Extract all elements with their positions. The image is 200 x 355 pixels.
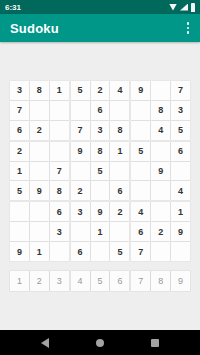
wifi-icon [169,4,177,11]
home-icon[interactable] [94,337,106,349]
cell-r1c5[interactable]: 2 [91,81,110,100]
cell-r2c1[interactable]: 7 [10,101,29,120]
cell-r3c5[interactable]: 3 [91,121,110,140]
cell-r7c2[interactable] [30,202,49,221]
cell-r4c4[interactable]: 9 [71,142,90,161]
cell-r9c6[interactable]: 5 [110,242,129,261]
box-6: 5694 [131,142,190,201]
cell-r2c6[interactable] [110,101,129,120]
status-time: 6:31 [5,3,21,12]
battery-icon [191,3,195,12]
cell-r3c8[interactable]: 4 [151,121,170,140]
cell-r6c3[interactable]: 8 [50,181,69,200]
cell-r7c3[interactable]: 6 [50,202,69,221]
cell-r7c4[interactable]: 3 [71,202,90,221]
cell-r3c4[interactable]: 7 [71,121,90,140]
numpad-button-5[interactable]: 5 [91,271,110,291]
cell-r9c7[interactable]: 7 [131,242,150,261]
numpad-group-2: 456 [71,271,130,291]
cell-r4c5[interactable]: 8 [91,142,110,161]
cell-r1c2[interactable]: 8 [30,81,49,100]
cell-r6c2[interactable]: 9 [30,181,49,200]
cell-r3c6[interactable]: 8 [110,121,129,140]
cell-r8c6[interactable] [110,222,129,241]
cell-r7c9[interactable]: 1 [171,202,190,221]
cell-r8c2[interactable] [30,222,49,241]
cell-r7c1[interactable] [10,202,29,221]
cell-r9c5[interactable] [91,242,110,261]
cell-r3c9[interactable]: 5 [171,121,190,140]
cell-r2c8[interactable]: 8 [151,101,170,120]
numpad-button-1[interactable]: 1 [10,271,29,291]
cell-r9c3[interactable] [50,242,69,261]
overflow-menu-icon[interactable] [178,20,190,36]
cell-r5c2[interactable] [30,162,49,181]
recents-icon[interactable] [149,337,161,349]
cell-r2c9[interactable]: 3 [171,101,190,120]
cell-r1c1[interactable]: 3 [10,81,29,100]
numpad-button-6[interactable]: 6 [110,271,129,291]
cell-r8c8[interactable]: 2 [151,222,170,241]
page-title: Sudoku [10,21,59,36]
cell-r1c8[interactable] [151,81,170,100]
cell-r6c9[interactable]: 4 [171,181,190,200]
box-1: 381762 [10,81,69,140]
cell-r6c7[interactable] [131,181,150,200]
cell-r3c1[interactable]: 6 [10,121,29,140]
numpad-group-1: 123 [10,271,69,291]
cell-r6c8[interactable] [151,181,170,200]
cell-r9c2[interactable]: 1 [30,242,49,261]
numpad-button-9[interactable]: 9 [171,271,190,291]
cell-r9c1[interactable]: 9 [10,242,29,261]
box-8: 392165 [71,202,130,261]
cell-r3c7[interactable] [131,121,150,140]
cell-r8c7[interactable]: 6 [131,222,150,241]
cell-r3c2[interactable]: 2 [30,121,49,140]
phone-screen: 6:31 Sudoku 3817625246738978345217598981… [0,0,200,355]
cell-r4c9[interactable]: 6 [171,142,190,161]
cell-r5c6[interactable] [110,162,129,181]
cell-r8c3[interactable]: 3 [50,222,69,241]
numpad-button-3[interactable]: 3 [50,271,69,291]
box-3: 978345 [131,81,190,140]
cell-r3c3[interactable] [50,121,69,140]
numpad-button-2[interactable]: 2 [30,271,49,291]
numpad-group-3: 789 [131,271,190,291]
status-icons [169,3,195,12]
android-nav-bar [0,330,200,355]
signal-icon [180,4,188,11]
box-2: 5246738 [71,81,130,140]
sudoku-board: 3817625246738978345217598981526569463913… [10,81,190,261]
cell-r6c6[interactable]: 6 [110,181,129,200]
cell-r2c2[interactable] [30,101,49,120]
back-icon[interactable] [39,337,51,349]
cell-r4c8[interactable] [151,142,170,161]
numpad-button-8[interactable]: 8 [151,271,170,291]
cell-r1c3[interactable]: 1 [50,81,69,100]
cell-r5c9[interactable] [171,162,190,181]
cell-r2c3[interactable] [50,101,69,120]
numpad-button-4[interactable]: 4 [71,271,90,291]
cell-r4c2[interactable] [30,142,49,161]
cell-r9c8[interactable] [151,242,170,261]
cell-r8c1[interactable] [10,222,29,241]
status-bar: 6:31 [0,0,200,14]
cell-r5c7[interactable] [131,162,150,181]
cell-r6c1[interactable]: 5 [10,181,29,200]
cell-r6c4[interactable]: 2 [71,181,90,200]
cell-r9c9[interactable] [171,242,190,261]
cell-r7c8[interactable] [151,202,170,221]
cell-r5c3[interactable]: 7 [50,162,69,181]
box-7: 6391 [10,202,69,261]
cell-r4c1[interactable]: 2 [10,142,29,161]
cell-r8c4[interactable] [71,222,90,241]
cell-r5c1[interactable]: 1 [10,162,29,181]
cell-r8c5[interactable]: 1 [91,222,110,241]
cell-r5c5[interactable]: 5 [91,162,110,181]
cell-r1c9[interactable]: 7 [171,81,190,100]
box-9: 416297 [131,202,190,261]
cell-r5c8[interactable]: 9 [151,162,170,181]
box-4: 217598 [10,142,69,201]
cell-r2c7[interactable] [131,101,150,120]
box-5: 981526 [71,142,130,201]
cell-r2c5[interactable]: 6 [91,101,110,120]
cell-r1c7[interactable]: 9 [131,81,150,100]
cell-r5c4[interactable] [71,162,90,181]
cell-r9c4[interactable]: 6 [71,242,90,261]
cell-r4c3[interactable] [50,142,69,161]
cell-r1c6[interactable]: 4 [110,81,129,100]
main-content: 3817625246738978345217598981526569463913… [0,42,200,330]
app-bar: Sudoku [0,14,200,42]
cell-r7c7[interactable]: 4 [131,202,150,221]
numpad-button-7[interactable]: 7 [131,271,150,291]
cell-r2c4[interactable] [71,101,90,120]
cell-r4c6[interactable]: 1 [110,142,129,161]
cell-r7c6[interactable]: 2 [110,202,129,221]
cell-r8c9[interactable]: 9 [171,222,190,241]
cell-r1c4[interactable]: 5 [71,81,90,100]
number-pad: 123456789 [10,271,190,291]
cell-r6c5[interactable] [91,181,110,200]
cell-r4c7[interactable]: 5 [131,142,150,161]
cell-r7c5[interactable]: 9 [91,202,110,221]
